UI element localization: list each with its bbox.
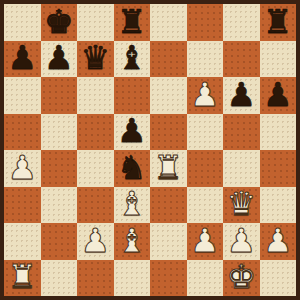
piece-black-pawn: ♟ bbox=[226, 78, 256, 111]
square-c8[interactable] bbox=[77, 4, 114, 41]
square-h2[interactable]: ♟ bbox=[260, 223, 297, 260]
piece-black-rook: ♜ bbox=[117, 5, 147, 38]
square-a8[interactable] bbox=[4, 4, 41, 41]
square-h8[interactable]: ♜ bbox=[260, 4, 297, 41]
piece-white-pawn: ♟ bbox=[190, 224, 220, 257]
square-h1[interactable] bbox=[260, 260, 297, 297]
square-f4[interactable] bbox=[187, 150, 224, 187]
square-f7[interactable] bbox=[187, 41, 224, 78]
square-a5[interactable] bbox=[4, 114, 41, 151]
square-b6[interactable] bbox=[41, 77, 78, 114]
square-a2[interactable] bbox=[4, 223, 41, 260]
square-f1[interactable] bbox=[187, 260, 224, 297]
square-b3[interactable] bbox=[41, 187, 78, 224]
square-c7[interactable]: ♛ bbox=[77, 41, 114, 78]
square-d3[interactable]: ♝ bbox=[114, 187, 151, 224]
square-h7[interactable] bbox=[260, 41, 297, 78]
square-h3[interactable] bbox=[260, 187, 297, 224]
square-c4[interactable] bbox=[77, 150, 114, 187]
piece-black-pawn: ♟ bbox=[44, 41, 74, 74]
square-g7[interactable] bbox=[223, 41, 260, 78]
square-d4[interactable]: ♞ bbox=[114, 150, 151, 187]
square-b8[interactable]: ♚ bbox=[41, 4, 78, 41]
piece-white-bishop: ♝ bbox=[117, 224, 147, 257]
square-f3[interactable] bbox=[187, 187, 224, 224]
square-f8[interactable] bbox=[187, 4, 224, 41]
piece-black-pawn: ♟ bbox=[7, 41, 37, 74]
square-e6[interactable] bbox=[150, 77, 187, 114]
piece-black-pawn: ♟ bbox=[263, 78, 293, 111]
square-f5[interactable] bbox=[187, 114, 224, 151]
square-g2[interactable]: ♟ bbox=[223, 223, 260, 260]
square-d1[interactable] bbox=[114, 260, 151, 297]
piece-white-rook: ♜ bbox=[7, 260, 37, 293]
piece-white-pawn: ♟ bbox=[263, 224, 293, 257]
piece-white-rook: ♜ bbox=[153, 151, 183, 184]
chess-board: ♚♜♜♟♟♛♝♟♟♟♟♟♞♜♝♛♟♝♟♟♟♜♚ bbox=[4, 4, 296, 296]
square-e2[interactable] bbox=[150, 223, 187, 260]
piece-white-pawn: ♟ bbox=[226, 224, 256, 257]
square-d6[interactable] bbox=[114, 77, 151, 114]
square-a7[interactable]: ♟ bbox=[4, 41, 41, 78]
square-d7[interactable]: ♝ bbox=[114, 41, 151, 78]
square-d5[interactable]: ♟ bbox=[114, 114, 151, 151]
square-e8[interactable] bbox=[150, 4, 187, 41]
square-b5[interactable] bbox=[41, 114, 78, 151]
square-d2[interactable]: ♝ bbox=[114, 223, 151, 260]
piece-white-king: ♚ bbox=[226, 260, 256, 293]
square-c5[interactable] bbox=[77, 114, 114, 151]
square-b2[interactable] bbox=[41, 223, 78, 260]
square-g3[interactable]: ♛ bbox=[223, 187, 260, 224]
piece-white-pawn: ♟ bbox=[7, 151, 37, 184]
piece-black-queen: ♛ bbox=[80, 41, 110, 74]
square-c2[interactable]: ♟ bbox=[77, 223, 114, 260]
square-f2[interactable]: ♟ bbox=[187, 223, 224, 260]
square-h5[interactable] bbox=[260, 114, 297, 151]
square-g6[interactable]: ♟ bbox=[223, 77, 260, 114]
piece-white-bishop: ♝ bbox=[117, 187, 147, 220]
square-h6[interactable]: ♟ bbox=[260, 77, 297, 114]
square-e7[interactable] bbox=[150, 41, 187, 78]
square-e5[interactable] bbox=[150, 114, 187, 151]
chess-board-frame: ♚♜♜♟♟♛♝♟♟♟♟♟♞♜♝♛♟♝♟♟♟♜♚ bbox=[0, 0, 300, 300]
square-a3[interactable] bbox=[4, 187, 41, 224]
piece-white-queen: ♛ bbox=[226, 187, 256, 220]
square-c3[interactable] bbox=[77, 187, 114, 224]
piece-white-pawn: ♟ bbox=[190, 78, 220, 111]
square-a1[interactable]: ♜ bbox=[4, 260, 41, 297]
square-c6[interactable] bbox=[77, 77, 114, 114]
square-g1[interactable]: ♚ bbox=[223, 260, 260, 297]
piece-black-rook: ♜ bbox=[263, 5, 293, 38]
square-g5[interactable] bbox=[223, 114, 260, 151]
square-f6[interactable]: ♟ bbox=[187, 77, 224, 114]
piece-black-bishop: ♝ bbox=[117, 41, 147, 74]
square-h4[interactable] bbox=[260, 150, 297, 187]
square-d8[interactable]: ♜ bbox=[114, 4, 151, 41]
square-e4[interactable]: ♜ bbox=[150, 150, 187, 187]
square-a4[interactable]: ♟ bbox=[4, 150, 41, 187]
piece-white-pawn: ♟ bbox=[80, 224, 110, 257]
square-b4[interactable] bbox=[41, 150, 78, 187]
square-b1[interactable] bbox=[41, 260, 78, 297]
square-b7[interactable]: ♟ bbox=[41, 41, 78, 78]
square-g8[interactable] bbox=[223, 4, 260, 41]
piece-black-pawn: ♟ bbox=[117, 114, 147, 147]
square-e3[interactable] bbox=[150, 187, 187, 224]
piece-black-knight: ♞ bbox=[117, 151, 147, 184]
square-a6[interactable] bbox=[4, 77, 41, 114]
square-e1[interactable] bbox=[150, 260, 187, 297]
square-g4[interactable] bbox=[223, 150, 260, 187]
piece-black-king: ♚ bbox=[44, 5, 74, 38]
square-c1[interactable] bbox=[77, 260, 114, 297]
